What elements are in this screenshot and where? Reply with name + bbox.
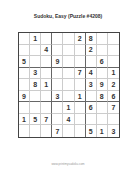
cell-r7c4 <box>52 102 63 114</box>
cell-r5c7: 3 <box>86 79 97 91</box>
cell-r2c5 <box>63 45 74 57</box>
cell-r4c5 <box>63 68 74 80</box>
cell-r6c4: 3 <box>52 91 63 103</box>
cell-r5c8: 9 <box>97 79 108 91</box>
cell-r9c7: 5 <box>86 125 97 137</box>
cell-r5c4 <box>52 79 63 91</box>
cell-r3c9 <box>108 56 119 68</box>
cell-r8c2: 5 <box>30 114 41 126</box>
cell-r1c2: 1 <box>30 33 41 45</box>
cell-r9c4: 7 <box>52 125 63 137</box>
cell-r4c7: 4 <box>86 68 97 80</box>
cell-r9c2 <box>30 125 41 137</box>
cell-r8c6 <box>75 114 86 126</box>
cell-r5c6 <box>75 79 86 91</box>
puzzle-page: Sudoku, Easy (Puzzle #4208) 128425963741… <box>0 0 136 176</box>
cell-r8c3: 7 <box>41 114 52 126</box>
cell-r7c7: 6 <box>86 102 97 114</box>
cell-r7c2 <box>30 102 41 114</box>
cell-r8c8 <box>97 114 108 126</box>
cell-r5c2: 8 <box>30 79 41 91</box>
cell-r4c1 <box>19 68 30 80</box>
cell-r4c2: 3 <box>30 68 41 80</box>
cell-r7c1 <box>19 102 30 114</box>
cell-r8c5: 4 <box>63 114 74 126</box>
cell-r2c8 <box>97 45 108 57</box>
cell-r6c6: 1 <box>75 91 86 103</box>
cell-r2c3: 4 <box>41 45 52 57</box>
cell-r7c3 <box>41 102 52 114</box>
cell-r5c1 <box>19 79 30 91</box>
cell-r4c8 <box>97 68 108 80</box>
cell-r1c4 <box>52 33 63 45</box>
cell-r6c3 <box>41 91 52 103</box>
cell-r5c3: 1 <box>41 79 52 91</box>
cell-r6c1: 9 <box>19 91 30 103</box>
cell-r8c9 <box>108 114 119 126</box>
cell-r2c6 <box>75 45 86 57</box>
cell-r3c3 <box>41 56 52 68</box>
cell-r9c3 <box>41 125 52 137</box>
cell-r6c2 <box>30 91 41 103</box>
cell-r1c3 <box>41 33 52 45</box>
cell-r6c5 <box>63 91 74 103</box>
cell-r9c5 <box>63 125 74 137</box>
cell-r6c9: 6 <box>108 91 119 103</box>
sudoku-grid: 128425963741813929318616715747513 <box>18 32 120 138</box>
footer-url: www.printmysudoku.com <box>0 162 136 166</box>
cell-r5c9: 2 <box>108 79 119 91</box>
cell-r4c6: 7 <box>75 68 86 80</box>
cell-r9c8: 1 <box>97 125 108 137</box>
cell-r3c1: 5 <box>19 56 30 68</box>
cell-r5c5 <box>63 79 74 91</box>
cell-r1c8 <box>97 33 108 45</box>
cell-r7c9: 7 <box>108 102 119 114</box>
cell-r2c7: 2 <box>86 45 97 57</box>
cell-r3c2 <box>30 56 41 68</box>
cell-r2c9 <box>108 45 119 57</box>
cell-r1c7: 8 <box>86 33 97 45</box>
cell-r1c1 <box>19 33 30 45</box>
cell-r8c7 <box>86 114 97 126</box>
cell-r2c2 <box>30 45 41 57</box>
cell-r1c5 <box>63 33 74 45</box>
cell-r9c9: 3 <box>108 125 119 137</box>
cell-r9c1 <box>19 125 30 137</box>
cell-r3c5 <box>63 56 74 68</box>
cell-r7c8 <box>97 102 108 114</box>
cell-r2c1 <box>19 45 30 57</box>
cell-r6c7 <box>86 91 97 103</box>
puzzle-title: Sudoku, Easy (Puzzle #4208) <box>0 13 136 19</box>
cell-r1c6: 2 <box>75 33 86 45</box>
cell-r3c6 <box>75 56 86 68</box>
cell-r3c8: 6 <box>97 56 108 68</box>
cell-r6c8: 8 <box>97 91 108 103</box>
cell-r7c6 <box>75 102 86 114</box>
cell-r1c9 <box>108 33 119 45</box>
cell-r9c6 <box>75 125 86 137</box>
cell-r3c7 <box>86 56 97 68</box>
cell-r4c9: 1 <box>108 68 119 80</box>
cell-r8c1: 1 <box>19 114 30 126</box>
cell-r3c4: 9 <box>52 56 63 68</box>
cell-r4c4 <box>52 68 63 80</box>
cell-r2c4 <box>52 45 63 57</box>
cell-r4c3 <box>41 68 52 80</box>
cell-r8c4 <box>52 114 63 126</box>
cell-r7c5: 1 <box>63 102 74 114</box>
